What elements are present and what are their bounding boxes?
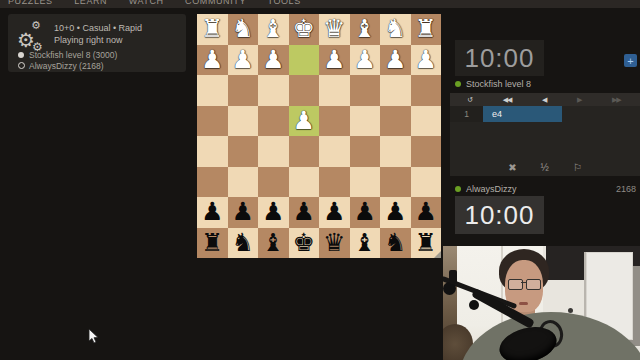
black-n-piece[interactable]: ♞ <box>232 228 254 258</box>
board-square[interactable] <box>197 106 228 137</box>
board-resize-handle[interactable] <box>434 251 441 258</box>
board-square[interactable] <box>197 136 228 167</box>
board-square[interactable] <box>228 167 259 198</box>
board-square[interactable]: ♟ <box>319 197 350 228</box>
move-number: 1 <box>450 106 483 122</box>
board-square[interactable] <box>258 106 289 137</box>
nav-item-tools[interactable]: TOOLS <box>267 0 300 6</box>
board-square[interactable] <box>289 136 320 167</box>
board-square[interactable] <box>380 75 411 106</box>
board-square[interactable]: ♟ <box>197 45 228 76</box>
board-square[interactable] <box>380 167 411 198</box>
move-row: 1 e4 <box>450 106 640 122</box>
white-player-label: Stockfish level 8 (3000) <box>29 50 117 61</box>
board-square[interactable]: ♟ <box>380 197 411 228</box>
board-square[interactable] <box>289 75 320 106</box>
white-n-piece[interactable]: ♞ <box>232 14 254 44</box>
player-name: AlwaysDizzy <box>466 184 517 194</box>
board-square[interactable] <box>380 106 411 137</box>
player-rating: 2168 <box>616 184 636 194</box>
board-square[interactable]: ♟ <box>228 45 259 76</box>
board-square[interactable] <box>319 75 350 106</box>
first-move-icon[interactable]: ◀◀ <box>503 96 512 104</box>
player-row[interactable]: AlwaysDizzy 2168 <box>455 184 636 194</box>
online-dot-icon <box>455 81 461 87</box>
black-p-piece[interactable]: ♟ <box>323 197 345 227</box>
top-nav: PUZZLES LEARN WATCH COMMUNITY TOOLS <box>0 0 640 8</box>
white-b-piece[interactable]: ♝ <box>262 14 284 44</box>
white-p-piece[interactable]: ♟ <box>415 45 437 75</box>
board-square[interactable] <box>319 136 350 167</box>
black-k-piece[interactable]: ♚ <box>293 228 315 258</box>
black-p-piece[interactable]: ♟ <box>232 197 254 227</box>
board-square[interactable]: ♟ <box>289 106 320 137</box>
board-square[interactable] <box>411 136 442 167</box>
black-p-piece[interactable]: ♟ <box>354 197 376 227</box>
white-k-piece[interactable]: ♚ <box>293 14 315 44</box>
board-square[interactable]: ♛ <box>319 228 350 259</box>
flip-board-icon[interactable]: ↺ <box>467 96 472 104</box>
board-square[interactable]: ♜ <box>197 14 228 45</box>
white-p-piece[interactable]: ♟ <box>384 45 406 75</box>
last-move-icon[interactable]: ▶▶ <box>612 96 621 104</box>
white-player-row[interactable]: Stockfish level 8 (3000) <box>18 50 117 61</box>
black-p-piece[interactable]: ♟ <box>384 197 406 227</box>
white-p-piece[interactable]: ♟ <box>232 45 254 75</box>
board-square[interactable]: ♚ <box>289 14 320 45</box>
board-square[interactable] <box>319 167 350 198</box>
board-square[interactable] <box>228 75 259 106</box>
board-square[interactable] <box>350 136 381 167</box>
opponent-name: Stockfish level 8 <box>466 79 531 89</box>
resign-flag-icon[interactable]: ⚐ <box>573 162 582 173</box>
white-n-piece[interactable]: ♞ <box>384 14 406 44</box>
board-square[interactable]: ♝ <box>258 228 289 259</box>
board-square[interactable]: ♟ <box>350 45 381 76</box>
board-square[interactable] <box>258 167 289 198</box>
board-square[interactable]: ♛ <box>319 14 350 45</box>
white-color-icon <box>18 52 24 58</box>
webcam-person-glasses <box>507 279 542 289</box>
black-color-icon <box>18 62 25 69</box>
offer-draw-icon[interactable]: ½ <box>541 162 549 173</box>
black-p-piece[interactable]: ♟ <box>201 197 223 227</box>
board-square[interactable]: ♟ <box>197 197 228 228</box>
board-square[interactable]: ♟ <box>380 45 411 76</box>
board-square[interactable] <box>258 75 289 106</box>
board-square[interactable]: ♟ <box>350 197 381 228</box>
move-list-panel: ↺ ◀◀ ◀ ▶ ▶▶ 1 e4 ✖ ½ ⚐ <box>450 93 640 176</box>
board-square[interactable]: ♟ <box>289 197 320 228</box>
board-square[interactable]: ♞ <box>228 14 259 45</box>
white-r-piece[interactable]: ♜ <box>415 14 437 44</box>
prev-move-icon[interactable]: ◀ <box>542 96 546 104</box>
game-info-panel: ⚙⚙⚙ 10+0 • Casual • Rapid Playing right … <box>8 14 186 72</box>
move-e4[interactable]: e4 <box>483 106 562 122</box>
game-status-text: Playing right now <box>54 34 142 46</box>
board-square[interactable] <box>319 106 350 137</box>
game-mode-text: 10+0 • Casual • Rapid <box>54 22 142 34</box>
black-n-piece[interactable]: ♞ <box>384 228 406 258</box>
black-p-piece[interactable]: ♟ <box>415 197 437 227</box>
board-square[interactable]: ♜ <box>411 14 442 45</box>
board-square[interactable] <box>350 106 381 137</box>
opponent-player-row[interactable]: Stockfish level 8 <box>455 79 636 89</box>
board-square[interactable] <box>289 167 320 198</box>
board-square[interactable] <box>411 167 442 198</box>
board-square[interactable]: ♝ <box>350 14 381 45</box>
board-square[interactable] <box>228 136 259 167</box>
board-square[interactable]: ♟ <box>319 45 350 76</box>
player-clock: 10:00 <box>455 196 544 234</box>
black-player-row[interactable]: AlwaysDizzy (2168) <box>18 61 117 72</box>
white-q-piece[interactable]: ♛ <box>323 14 345 44</box>
board-square[interactable]: ♟ <box>228 197 259 228</box>
board-square[interactable] <box>411 75 442 106</box>
white-p-piece[interactable]: ♟ <box>323 45 345 75</box>
white-p-piece[interactable]: ♟ <box>262 45 284 75</box>
lichess-game-screen: PUZZLES LEARN WATCH COMMUNITY TOOLS ⚙⚙⚙ … <box>0 0 640 360</box>
online-dot-icon <box>455 186 461 192</box>
board-square[interactable]: ♟ <box>411 197 442 228</box>
board-square[interactable] <box>197 75 228 106</box>
nav-item-community[interactable]: COMMUNITY <box>185 0 246 6</box>
add-time-button[interactable]: + <box>624 54 637 67</box>
board-square[interactable]: ♟ <box>258 45 289 76</box>
board-square[interactable] <box>258 136 289 167</box>
next-move-icon[interactable]: ▶ <box>577 96 581 104</box>
black-b-piece[interactable]: ♝ <box>354 228 376 258</box>
white-r-piece[interactable]: ♜ <box>201 14 223 44</box>
board-square[interactable] <box>350 167 381 198</box>
board-square[interactable]: ♚ <box>289 228 320 259</box>
board-square[interactable]: ♞ <box>228 228 259 259</box>
nav-item-puzzles[interactable]: PUZZLES <box>8 0 53 6</box>
board-square[interactable]: ♝ <box>350 228 381 259</box>
board-square[interactable] <box>380 136 411 167</box>
black-q-piece[interactable]: ♛ <box>323 228 345 258</box>
board-square[interactable]: ♞ <box>380 228 411 259</box>
white-p-piece[interactable]: ♟ <box>201 45 223 75</box>
board-square[interactable] <box>289 45 320 76</box>
white-p-piece[interactable]: ♟ <box>354 45 376 75</box>
board-square[interactable] <box>228 106 259 137</box>
board-square[interactable]: ♟ <box>258 197 289 228</box>
board-square[interactable]: ♞ <box>380 14 411 45</box>
move-nav-toolbar: ↺ ◀◀ ◀ ▶ ▶▶ <box>450 93 640 106</box>
opponent-clock: 10:00 <box>455 40 544 76</box>
black-r-piece[interactable]: ♜ <box>201 228 223 258</box>
mouse-cursor <box>88 328 100 345</box>
board-square[interactable]: ♟ <box>411 45 442 76</box>
nav-item-learn[interactable]: LEARN <box>74 0 107 6</box>
nav-item-watch[interactable]: WATCH <box>129 0 164 6</box>
black-p-piece[interactable]: ♟ <box>262 197 284 227</box>
board-square[interactable]: ♜ <box>197 228 228 259</box>
white-b-piece[interactable]: ♝ <box>354 14 376 44</box>
board-square[interactable]: ♝ <box>258 14 289 45</box>
board-square[interactable] <box>197 167 228 198</box>
black-player-label: AlwaysDizzy (2168) <box>29 61 104 72</box>
black-p-piece[interactable]: ♟ <box>293 197 315 227</box>
black-b-piece[interactable]: ♝ <box>262 228 284 258</box>
white-p-piece[interactable]: ♟ <box>293 106 315 136</box>
webcam-overlay <box>443 246 640 360</box>
board-square[interactable] <box>411 106 442 137</box>
chess-board[interactable]: ♜♞♝♚♛♝♞♜♟♟♟♟♟♟♟♟♟♟♟♟♟♟♟♟♜♞♝♚♛♝♞♜ <box>197 14 441 258</box>
board-square[interactable] <box>350 75 381 106</box>
abort-game-icon[interactable]: ✖ <box>508 162 516 173</box>
